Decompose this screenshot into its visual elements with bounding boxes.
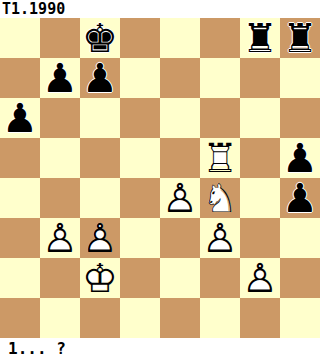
square-b3[interactable]: ♟♙ — [40, 218, 80, 258]
square-d3[interactable] — [120, 218, 160, 258]
black-pawn: ♟ — [80, 58, 120, 98]
black-rook: ♜ — [240, 18, 280, 58]
move-prompt: 1... ? — [0, 338, 320, 360]
square-g8[interactable]: ♜ — [240, 18, 280, 58]
square-e1[interactable] — [160, 298, 200, 338]
square-a8[interactable] — [0, 18, 40, 58]
square-h5[interactable]: ♟ — [280, 138, 320, 178]
square-b4[interactable] — [40, 178, 80, 218]
square-d6[interactable] — [120, 98, 160, 138]
square-h7[interactable] — [280, 58, 320, 98]
square-c2[interactable]: ♚♔ — [80, 258, 120, 298]
square-h3[interactable] — [280, 218, 320, 258]
square-h8[interactable]: ♜ — [280, 18, 320, 58]
square-a7[interactable] — [0, 58, 40, 98]
square-c8[interactable]: ♚ — [80, 18, 120, 58]
square-a1[interactable] — [0, 298, 40, 338]
square-b1[interactable] — [40, 298, 80, 338]
white-rook: ♖ — [200, 138, 240, 178]
chess-board: ♚♜♜♟♟♟♜♖♟♟♙♞♘♟♟♙♟♙♟♙♚♔♟♙ — [0, 18, 320, 338]
square-f5[interactable]: ♜♖ — [200, 138, 240, 178]
square-d4[interactable] — [120, 178, 160, 218]
square-c1[interactable] — [80, 298, 120, 338]
square-b8[interactable] — [40, 18, 80, 58]
white-pawn: ♙ — [240, 258, 280, 298]
square-c6[interactable] — [80, 98, 120, 138]
square-e6[interactable] — [160, 98, 200, 138]
square-g7[interactable] — [240, 58, 280, 98]
black-king: ♚ — [80, 18, 120, 58]
square-f8[interactable] — [200, 18, 240, 58]
white-pawn: ♙ — [40, 218, 80, 258]
square-d8[interactable] — [120, 18, 160, 58]
square-f7[interactable] — [200, 58, 240, 98]
square-d7[interactable] — [120, 58, 160, 98]
square-d2[interactable] — [120, 258, 160, 298]
white-king: ♔ — [80, 258, 120, 298]
square-c7[interactable]: ♟ — [80, 58, 120, 98]
black-rook: ♜ — [280, 18, 320, 58]
square-a3[interactable] — [0, 218, 40, 258]
square-c4[interactable] — [80, 178, 120, 218]
square-a5[interactable] — [0, 138, 40, 178]
square-h1[interactable] — [280, 298, 320, 338]
square-h6[interactable] — [280, 98, 320, 138]
square-e2[interactable] — [160, 258, 200, 298]
square-f2[interactable] — [200, 258, 240, 298]
square-f1[interactable] — [200, 298, 240, 338]
square-g4[interactable] — [240, 178, 280, 218]
square-b6[interactable] — [40, 98, 80, 138]
square-g5[interactable] — [240, 138, 280, 178]
square-a6[interactable]: ♟ — [0, 98, 40, 138]
square-e3[interactable] — [160, 218, 200, 258]
white-pawn: ♙ — [160, 178, 200, 218]
square-g3[interactable] — [240, 218, 280, 258]
square-c3[interactable]: ♟♙ — [80, 218, 120, 258]
square-b2[interactable] — [40, 258, 80, 298]
square-g1[interactable] — [240, 298, 280, 338]
square-b7[interactable]: ♟ — [40, 58, 80, 98]
square-g6[interactable] — [240, 98, 280, 138]
square-c5[interactable] — [80, 138, 120, 178]
square-d5[interactable] — [120, 138, 160, 178]
black-pawn: ♟ — [40, 58, 80, 98]
white-pawn: ♙ — [200, 218, 240, 258]
black-pawn: ♟ — [280, 178, 320, 218]
square-e4[interactable]: ♟♙ — [160, 178, 200, 218]
black-pawn: ♟ — [0, 98, 40, 138]
square-a2[interactable] — [0, 258, 40, 298]
square-h2[interactable] — [280, 258, 320, 298]
square-e7[interactable] — [160, 58, 200, 98]
square-b5[interactable] — [40, 138, 80, 178]
square-a4[interactable] — [0, 178, 40, 218]
square-h4[interactable]: ♟ — [280, 178, 320, 218]
square-f6[interactable] — [200, 98, 240, 138]
square-e5[interactable] — [160, 138, 200, 178]
square-f4[interactable]: ♞♘ — [200, 178, 240, 218]
square-e8[interactable] — [160, 18, 200, 58]
square-g2[interactable]: ♟♙ — [240, 258, 280, 298]
square-f3[interactable]: ♟♙ — [200, 218, 240, 258]
white-knight: ♘ — [200, 178, 240, 218]
black-pawn: ♟ — [280, 138, 320, 178]
square-d1[interactable] — [120, 298, 160, 338]
white-pawn: ♙ — [80, 218, 120, 258]
